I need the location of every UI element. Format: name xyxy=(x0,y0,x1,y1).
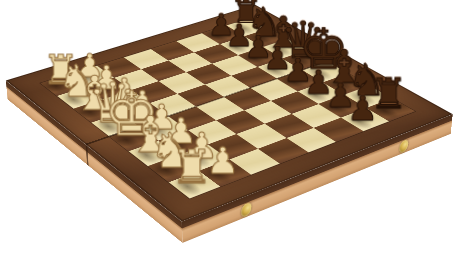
square-e5[interactable] xyxy=(224,88,271,110)
white-rook-icon: ♜ xyxy=(171,145,212,191)
brass-clasp xyxy=(398,139,409,153)
black-pawn-icon: ♟ xyxy=(348,91,379,125)
square-h5[interactable] xyxy=(286,127,336,152)
fold-gap xyxy=(86,145,89,166)
square-h7[interactable]: ♟ xyxy=(340,108,389,132)
brass-clasp xyxy=(240,202,252,217)
product-photo-chess-set: ♜♞♝♛♚♝♞♜♟♟♟♟♟♟♟♟♟♟♟♟♟♟♟♟♜♞♝♛♚♝♞♜ xyxy=(0,0,454,270)
chess-board: ♜♞♝♛♚♝♞♜♟♟♟♟♟♟♟♟♟♟♟♟♟♟♟♟♜♞♝♛♚♝♞♜ xyxy=(6,5,453,222)
